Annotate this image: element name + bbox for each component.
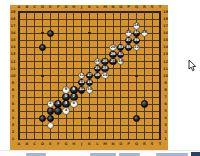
coordinate-label: 16	[10, 31, 16, 35]
move-number: 35	[126, 46, 131, 50]
white-stone: 2	[47, 100, 54, 107]
coordinate-label: 10	[10, 74, 16, 78]
coordinate-label: D	[39, 142, 45, 146]
white-stone: 28	[141, 30, 148, 37]
coordinate-label: N	[110, 142, 116, 146]
coordinate-label: 19	[162, 10, 168, 14]
coordinate-label: B	[24, 142, 30, 146]
coordinate-label: 13	[162, 52, 168, 56]
coordinate-label: 6	[162, 102, 168, 106]
coordinate-label: M	[102, 142, 108, 146]
coordinate-label: 14	[10, 45, 16, 49]
white-stone: 10	[86, 86, 93, 93]
coordinate-label: J	[79, 142, 85, 146]
move-number: 33	[118, 46, 123, 50]
black-stone: 13	[78, 79, 85, 86]
coordinate-label: 10	[162, 74, 168, 78]
coordinate-label: 5	[162, 109, 168, 113]
coordinate-label: 2	[10, 130, 16, 134]
black-stone: 41	[133, 30, 140, 37]
coordinate-label: T	[157, 142, 163, 146]
move-number: 9	[73, 88, 76, 92]
coordinate-label: R	[141, 5, 147, 9]
grid-line-horizontal	[18, 139, 160, 140]
coordinate-label: 11	[10, 67, 16, 71]
coordinate-label: O	[118, 5, 124, 9]
coordinate-label: 14	[162, 45, 168, 49]
coordinate-label: 4	[162, 116, 168, 120]
coordinate-label: F	[55, 5, 61, 9]
taskbar	[0, 150, 200, 156]
coordinate-label: 1	[162, 137, 168, 141]
move-number: 3	[65, 102, 68, 106]
move-number: 6	[73, 102, 76, 106]
coordinate-label: C	[32, 142, 38, 146]
coordinate-label: 7	[10, 95, 16, 99]
move-number: 1	[57, 102, 60, 106]
taskbar-item[interactable]	[119, 153, 140, 156]
black-stone: 17	[86, 72, 93, 79]
black-stone	[47, 30, 54, 37]
coordinate-label: 19	[10, 10, 16, 14]
move-number: 22	[134, 46, 139, 50]
coordinate-label: G	[63, 5, 69, 9]
coordinate-label: 8	[10, 88, 16, 92]
taskbar-item[interactable]	[156, 153, 188, 156]
white-stone: 6	[70, 100, 77, 107]
coordinate-label: T	[157, 5, 163, 9]
coordinate-label: B	[24, 5, 30, 9]
white-stone: 24	[125, 30, 132, 37]
coordinate-label: E	[47, 142, 53, 146]
black-stone: 37	[125, 37, 132, 44]
coordinate-label: D	[39, 5, 45, 9]
taskbar-item[interactable]	[26, 153, 46, 156]
white-stone: 14	[101, 72, 108, 79]
white-stone: 18	[117, 58, 124, 65]
black-stone: 19	[94, 72, 101, 79]
move-number: 37	[126, 39, 131, 43]
grid-line-horizontal	[19, 104, 160, 105]
coordinate-label: 1	[10, 137, 16, 141]
white-stone: 20	[109, 44, 116, 51]
move-number: 11	[79, 88, 84, 92]
mouse-cursor-icon	[188, 60, 197, 72]
white-stone: 8	[62, 86, 69, 93]
coordinate-label: C	[32, 5, 38, 9]
coordinate-label: 12	[162, 60, 168, 64]
move-number: 16	[95, 60, 100, 64]
coordinate-label: Q	[133, 142, 139, 146]
grid-line-vertical	[113, 12, 114, 139]
coordinate-label: 4	[10, 116, 16, 120]
coordinate-label: 17	[162, 24, 168, 28]
grid-line-vertical	[159, 11, 160, 140]
grid-line-vertical	[152, 12, 153, 139]
coordinate-label: L	[94, 5, 100, 9]
coordinate-label: R	[141, 142, 147, 146]
coordinate-label: 3	[10, 123, 16, 127]
white-stone: 26	[133, 22, 140, 29]
white-stone: 4	[62, 107, 69, 114]
star-point	[41, 75, 43, 77]
black-stone: 11	[78, 86, 85, 93]
move-number: 10	[87, 88, 92, 92]
coordinate-label: S	[149, 5, 155, 9]
coordinate-label: 6	[10, 102, 16, 106]
move-number: 21	[95, 67, 100, 71]
screen: AABBCCDDEEFFGGHHJJKKLLMMNNOOPPQQRRSSTT19…	[0, 0, 200, 156]
grid-line-horizontal	[19, 132, 160, 133]
white-stone: 12	[78, 72, 85, 79]
move-number: 12	[79, 74, 84, 78]
coordinate-label: 17	[10, 24, 16, 28]
coordinate-label: Q	[133, 5, 139, 9]
grid-line-vertical	[120, 12, 121, 139]
grid-line-horizontal	[19, 111, 160, 112]
move-number: 13	[79, 81, 84, 85]
move-number: 26	[134, 25, 139, 29]
coordinate-label: 7	[162, 95, 168, 99]
move-number: 4	[65, 109, 68, 113]
move-number: 28	[142, 32, 147, 36]
coordinate-label: 12	[10, 60, 16, 64]
move-number: 27	[110, 60, 115, 64]
move-number: 7	[73, 95, 76, 99]
coordinate-label: 8	[162, 88, 168, 92]
black-stone: 35	[125, 44, 132, 51]
black-stone	[141, 100, 148, 107]
coordinate-label: E	[47, 5, 53, 9]
star-point	[135, 75, 137, 77]
black-stone: 9	[70, 86, 77, 93]
black-stone: 29	[109, 51, 116, 58]
move-number: 18	[118, 60, 123, 64]
black-stone: 39	[133, 37, 140, 44]
move-number: 24	[126, 32, 131, 36]
black-stone	[54, 107, 61, 114]
coordinate-label: 16	[162, 31, 168, 35]
coordinate-label: G	[63, 142, 69, 146]
go-board[interactable]: AABBCCDDEEFFGGHHJJKKLLMMNNOOPPQQRRSSTT19…	[10, 5, 168, 150]
black-stone: 21	[94, 65, 101, 72]
coordinate-label: 9	[10, 81, 16, 85]
coordinate-label: 18	[162, 17, 168, 21]
coordinate-label: 11	[162, 67, 168, 71]
move-number: 29	[110, 53, 115, 57]
white-stone: 22	[133, 44, 140, 51]
taskbar-item[interactable]	[90, 153, 116, 156]
coordinate-label: N	[110, 5, 116, 9]
coordinate-label: O	[118, 142, 124, 146]
black-stone: 5	[62, 93, 69, 100]
white-stone	[47, 122, 54, 129]
white-stone: 16	[94, 58, 101, 65]
coordinate-label: H	[71, 142, 77, 146]
move-number: 17	[87, 74, 92, 78]
move-number: 5	[65, 95, 68, 99]
coordinate-label: J	[79, 5, 85, 9]
black-stone: 1	[54, 100, 61, 107]
taskbar-dark-block[interactable]	[191, 152, 200, 156]
coordinate-label: 18	[10, 17, 16, 21]
move-number: 39	[134, 39, 139, 43]
coordinate-label: K	[86, 142, 92, 146]
black-stone	[39, 44, 46, 51]
move-number: 8	[65, 88, 68, 92]
black-stone: 27	[109, 58, 116, 65]
coordinate-label: A	[16, 142, 22, 146]
move-number: 15	[87, 81, 92, 85]
coordinate-label: M	[102, 5, 108, 9]
coordinate-label: 2	[162, 130, 168, 134]
move-number: 2	[49, 102, 52, 106]
move-number: 14	[103, 74, 108, 78]
move-number: 31	[118, 53, 123, 57]
move-number: 41	[134, 32, 139, 36]
coordinate-label: 5	[10, 109, 16, 113]
coordinate-label: H	[71, 5, 77, 9]
coordinate-label: P	[126, 142, 132, 146]
grid-line-horizontal	[19, 125, 160, 126]
coordinate-label: 13	[10, 52, 16, 56]
move-number: 25	[103, 60, 108, 64]
move-number: 19	[95, 74, 100, 78]
black-stone	[133, 115, 140, 122]
coordinate-label: 3	[162, 123, 168, 127]
black-stone	[47, 115, 54, 122]
coordinate-label: A	[16, 5, 22, 9]
coordinate-label: P	[126, 5, 132, 9]
coordinate-label: L	[94, 142, 100, 146]
black-stone	[47, 107, 54, 114]
move-number: 23	[103, 67, 108, 71]
black-stone: 33	[117, 44, 124, 51]
coordinate-label: 15	[162, 38, 168, 42]
grid-line-horizontal	[19, 97, 160, 98]
coordinate-label: 15	[10, 38, 16, 42]
black-stone: 25	[101, 58, 108, 65]
coordinate-label: F	[55, 142, 61, 146]
coordinate-label: K	[86, 5, 92, 9]
black-stone	[39, 115, 46, 122]
coordinate-label: S	[149, 142, 155, 146]
coordinate-label: 9	[162, 81, 168, 85]
move-number: 20	[110, 46, 115, 50]
